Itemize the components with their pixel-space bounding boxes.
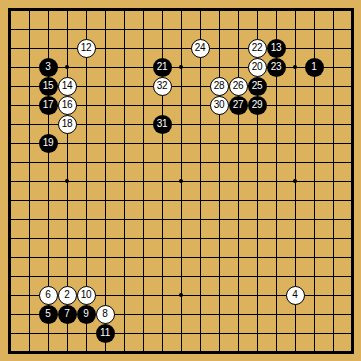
stone-white-20: 20	[248, 58, 267, 77]
stone-black-23: 23	[267, 58, 286, 77]
stone-black-27: 27	[229, 96, 248, 115]
stone-black-29: 29	[248, 96, 267, 115]
star-point	[179, 65, 183, 69]
stone-black-13: 13	[267, 39, 286, 58]
stone-white-32: 32	[153, 77, 172, 96]
stone-white-22: 22	[248, 39, 267, 58]
star-point	[179, 179, 183, 183]
stone-white-12: 12	[77, 39, 96, 58]
stone-white-18: 18	[58, 115, 77, 134]
stone-white-24: 24	[191, 39, 210, 58]
stone-black-17: 17	[39, 96, 58, 115]
stone-white-16: 16	[58, 96, 77, 115]
stone-white-2: 2	[58, 286, 77, 305]
stone-black-5: 5	[39, 305, 58, 324]
star-point	[293, 179, 297, 183]
stone-white-30: 30	[210, 96, 229, 115]
stone-black-9: 9	[77, 305, 96, 324]
stone-white-10: 10	[77, 286, 96, 305]
stone-black-3: 3	[39, 58, 58, 77]
stone-black-7: 7	[58, 305, 77, 324]
stone-black-19: 19	[39, 134, 58, 153]
stone-black-25: 25	[248, 77, 267, 96]
go-board: 1234567891011121314151617181920212223242…	[0, 0, 361, 361]
stone-white-28: 28	[210, 77, 229, 96]
stone-white-6: 6	[39, 286, 58, 305]
stone-white-8: 8	[96, 305, 115, 324]
stone-black-15: 15	[39, 77, 58, 96]
stone-white-4: 4	[286, 286, 305, 305]
stone-white-26: 26	[229, 77, 248, 96]
stone-white-14: 14	[58, 77, 77, 96]
stone-black-21: 21	[153, 58, 172, 77]
stone-black-11: 11	[96, 324, 115, 343]
stone-black-31: 31	[153, 115, 172, 134]
go-diagram-page: 1234567891011121314151617181920212223242…	[0, 0, 361, 361]
star-point	[179, 293, 183, 297]
star-point	[65, 179, 69, 183]
star-point	[293, 65, 297, 69]
star-point	[65, 65, 69, 69]
stone-black-1: 1	[305, 58, 324, 77]
